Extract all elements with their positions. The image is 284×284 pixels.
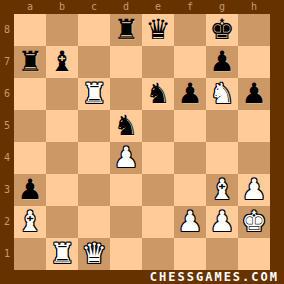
black-pawn-a3: ♟ [14,174,46,206]
square-d4: ♟ [110,142,142,174]
square-c1: ♛ [78,238,110,270]
site-watermark: CHESSGAMES.COM [150,270,279,284]
file-label-f: f [174,0,206,14]
square-d5: ♞ [110,110,142,142]
white-pawn-g2: ♟ [206,206,238,238]
file-label-e: e [142,0,174,14]
square-f1 [174,238,206,270]
square-a6 [14,78,46,110]
black-knight-d5: ♞ [110,110,142,142]
square-h4 [238,142,270,174]
square-a2: ♝ [14,206,46,238]
square-g2: ♟ [206,206,238,238]
square-g3: ♝ [206,174,238,206]
square-b2 [46,206,78,238]
square-e2 [142,206,174,238]
rank-label-2: 2 [0,206,14,238]
board: ♜♛♚♜♝♟♜♞♟♞♟♞♟♟♝♟♝♟♟♚♜♛ [14,14,270,270]
white-pawn-d4: ♟ [110,142,142,174]
square-e3 [142,174,174,206]
black-queen-e8: ♛ [142,14,174,46]
file-label-a: a [14,0,46,14]
file-labels: a b c d e f g h [14,0,270,14]
square-h2: ♚ [238,206,270,238]
square-f2: ♟ [174,206,206,238]
square-g7: ♟ [206,46,238,78]
rank-label-4: 4 [0,142,14,174]
square-a4 [14,142,46,174]
square-g6: ♞ [206,78,238,110]
square-e1 [142,238,174,270]
rank-label-6: 6 [0,78,14,110]
square-a1 [14,238,46,270]
square-a5 [14,110,46,142]
white-rook-c6: ♜ [78,78,110,110]
black-rook-d8: ♜ [110,14,142,46]
square-g8: ♚ [206,14,238,46]
square-c7 [78,46,110,78]
square-f7 [174,46,206,78]
square-e5 [142,110,174,142]
square-a3: ♟ [14,174,46,206]
file-label-h: h [238,0,270,14]
black-pawn-g7: ♟ [206,46,238,78]
square-e6: ♞ [142,78,174,110]
square-h5 [238,110,270,142]
white-bishop-g3: ♝ [206,174,238,206]
square-h7 [238,46,270,78]
rank-label-1: 1 [0,238,14,270]
rank-label-3: 3 [0,174,14,206]
square-h1 [238,238,270,270]
square-b3 [46,174,78,206]
white-queen-c1: ♛ [78,238,110,270]
rank-label-5: 5 [0,110,14,142]
square-b6 [46,78,78,110]
rank-label-7: 7 [0,46,14,78]
square-d7 [110,46,142,78]
square-d1 [110,238,142,270]
square-f4 [174,142,206,174]
square-c5 [78,110,110,142]
white-pawn-f2: ♟ [174,206,206,238]
square-e8: ♛ [142,14,174,46]
file-label-d: d [110,0,142,14]
white-rook-b1: ♜ [46,238,78,270]
square-f5 [174,110,206,142]
square-b1: ♜ [46,238,78,270]
file-label-c: c [78,0,110,14]
square-f6: ♟ [174,78,206,110]
black-rook-a7: ♜ [14,46,46,78]
file-label-b: b [46,0,78,14]
square-e7 [142,46,174,78]
rank-label-8: 8 [0,14,14,46]
black-king-g8: ♚ [206,14,238,46]
square-c3 [78,174,110,206]
file-label-g: g [206,0,238,14]
square-h8 [238,14,270,46]
white-pawn-h3: ♟ [238,174,270,206]
square-b4 [46,142,78,174]
chess-diagram: a b c d e f g h 8 7 6 5 4 3 2 1 ♜♛♚♜♝♟♜♞… [0,0,284,284]
square-a7: ♜ [14,46,46,78]
square-c8 [78,14,110,46]
square-h6: ♟ [238,78,270,110]
square-b5 [46,110,78,142]
square-b7: ♝ [46,46,78,78]
square-h3: ♟ [238,174,270,206]
black-knight-e6: ♞ [142,78,174,110]
square-e4 [142,142,174,174]
square-d2 [110,206,142,238]
white-king-h2: ♚ [238,206,270,238]
square-f3 [174,174,206,206]
square-d8: ♜ [110,14,142,46]
square-f8 [174,14,206,46]
square-b8 [46,14,78,46]
rank-labels: 8 7 6 5 4 3 2 1 [0,14,14,270]
square-a8 [14,14,46,46]
white-knight-g6: ♞ [206,78,238,110]
square-g5 [206,110,238,142]
square-d6 [110,78,142,110]
square-g1 [206,238,238,270]
square-c2 [78,206,110,238]
black-bishop-b7: ♝ [46,46,78,78]
square-d3 [110,174,142,206]
black-pawn-h6: ♟ [238,78,270,110]
square-g4 [206,142,238,174]
white-bishop-a2: ♝ [14,206,46,238]
square-c4 [78,142,110,174]
black-pawn-f6: ♟ [174,78,206,110]
square-c6: ♜ [78,78,110,110]
